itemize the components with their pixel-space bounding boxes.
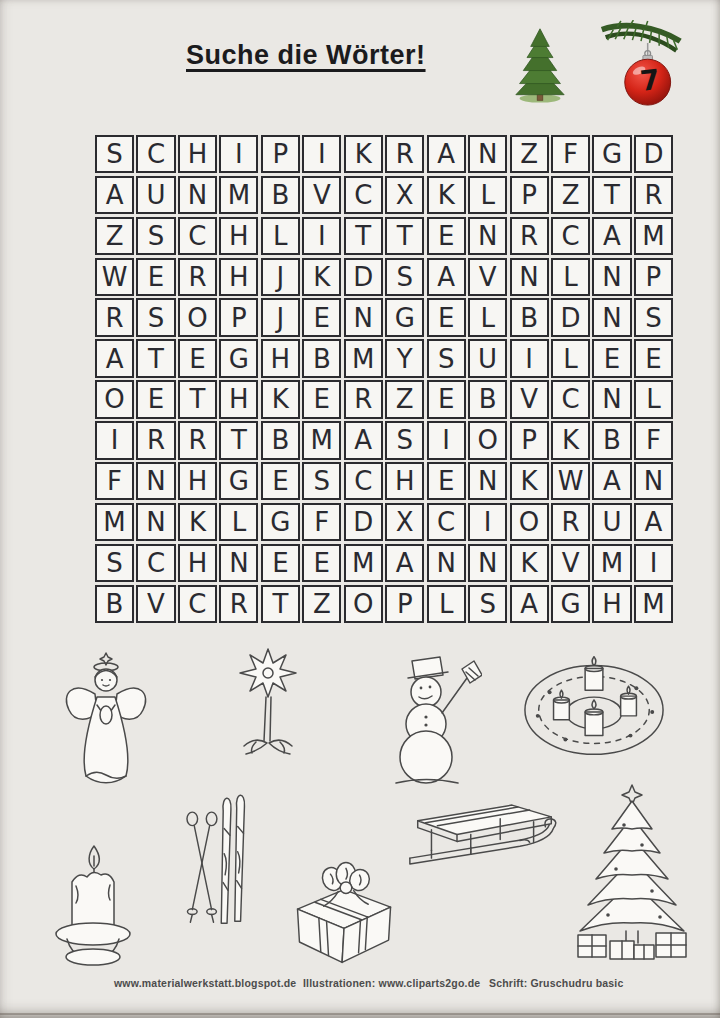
grid-cell: H [592, 585, 631, 623]
grid-cell: G [592, 135, 631, 173]
grid-cell: K [551, 421, 590, 459]
grid-cell: V [510, 380, 549, 418]
footer-font-credit: Schrift: Gruschudru basic [489, 977, 624, 989]
grid-cell: E [427, 217, 466, 255]
grid-cell: U [592, 503, 631, 541]
grid-cell: A [427, 258, 466, 296]
grid-cell: N [592, 298, 631, 336]
sled-illustration [402, 795, 567, 880]
word-search-grid: SCHIPIKRANZFGDAUNMBVCXKLPZTRZSCHLITTENRC… [95, 135, 673, 623]
grid-cell: G [219, 339, 258, 377]
grid-cell: M [344, 339, 383, 377]
grid-cell: T [219, 421, 258, 459]
grid-cell: J [261, 298, 300, 336]
grid-cell: P [261, 135, 300, 173]
grid-cell: S [634, 298, 673, 336]
grid-cell: D [551, 298, 590, 336]
grid-cell: M [634, 585, 673, 623]
grid-cell: E [592, 339, 631, 377]
grid-cell: T [385, 217, 424, 255]
grid-cell: R [510, 217, 549, 255]
grid-cell: O [510, 503, 549, 541]
grid-cell: P [385, 585, 424, 623]
grid-cell: O [344, 585, 383, 623]
grid-cell: R [385, 135, 424, 173]
grid-cell: K [427, 176, 466, 214]
grid-cell: I [634, 544, 673, 582]
grid-cell: B [261, 176, 300, 214]
grid-cell: H [178, 135, 217, 173]
grid-cell: L [427, 585, 466, 623]
grid-cell: T [261, 585, 300, 623]
grid-cell: U [136, 176, 175, 214]
grid-cell: S [385, 258, 424, 296]
grid-cell: I [468, 503, 507, 541]
grid-cell: C [136, 135, 175, 173]
grid-cell: S [302, 462, 341, 500]
grid-cell: G [261, 503, 300, 541]
grid-cell: T [136, 339, 175, 377]
grid-cell: I [95, 421, 134, 459]
grid-cell: H [219, 258, 258, 296]
grid-cell: I [510, 339, 549, 377]
grid-cell: T [592, 176, 631, 214]
grid-cell: R [136, 421, 175, 459]
grid-cell: E [178, 339, 217, 377]
grid-cell: O [468, 421, 507, 459]
grid-cell: C [551, 217, 590, 255]
grid-cell: N [468, 462, 507, 500]
grid-cell: N [510, 258, 549, 296]
grid-cell: E [634, 339, 673, 377]
grid-cell: A [95, 339, 134, 377]
gift-illustration [282, 852, 408, 970]
grid-cell: A [95, 176, 134, 214]
grid-cell: M [302, 421, 341, 459]
grid-cell: H [178, 462, 217, 500]
grid-cell: C [178, 585, 217, 623]
grid-cell: P [634, 258, 673, 296]
grid-cell: K [510, 462, 549, 500]
star-topper-illustration [228, 645, 308, 760]
grid-cell: S [385, 421, 424, 459]
grid-cell: C [551, 380, 590, 418]
grid-cell: N [136, 462, 175, 500]
grid-cell: H [219, 217, 258, 255]
advent-ornament: 7 [598, 20, 684, 108]
grid-cell: K [178, 503, 217, 541]
grid-cell: Z [510, 135, 549, 173]
grid-cell: M [95, 503, 134, 541]
page-title: Suche die Wörter! [186, 40, 426, 71]
christmas-tree-illustration [568, 783, 696, 965]
grid-cell: V [551, 544, 590, 582]
grid-cell: O [95, 380, 134, 418]
grid-cell: C [344, 462, 383, 500]
grid-cell: E [302, 544, 341, 582]
grid-cell: F [634, 421, 673, 459]
grid-cell: S [427, 339, 466, 377]
ornament-number: 7 [631, 62, 669, 99]
grid-cell: A [385, 544, 424, 582]
grid-cell: N [344, 298, 383, 336]
grid-cell: K [302, 258, 341, 296]
grid-cell: N [634, 462, 673, 500]
grid-cell: L [551, 258, 590, 296]
grid-cell: N [468, 544, 507, 582]
grid-cell: C [178, 217, 217, 255]
grid-cell: N [427, 544, 466, 582]
grid-cell: I [302, 135, 341, 173]
advent-wreath-illustration [520, 650, 668, 762]
grid-cell: L [468, 176, 507, 214]
grid-cell: R [344, 380, 383, 418]
skis-illustration [172, 785, 257, 930]
grid-cell: G [219, 462, 258, 500]
grid-cell: X [385, 503, 424, 541]
grid-cell: W [551, 462, 590, 500]
grid-cell: E [261, 462, 300, 500]
grid-cell: B [261, 421, 300, 459]
grid-cell: H [261, 339, 300, 377]
grid-cell: M [219, 176, 258, 214]
grid-cell: G [385, 298, 424, 336]
grid-cell: C [344, 176, 383, 214]
grid-cell: B [302, 339, 341, 377]
grid-cell: N [219, 544, 258, 582]
grid-cell: Z [95, 217, 134, 255]
grid-cell: B [95, 585, 134, 623]
snowman-illustration [370, 645, 482, 787]
grid-cell: H [385, 462, 424, 500]
grid-cell: U [468, 339, 507, 377]
grid-cell: E [261, 544, 300, 582]
grid-cell: O [178, 298, 217, 336]
grid-cell: N [136, 503, 175, 541]
grid-cell: A [592, 462, 631, 500]
grid-cell: E [136, 380, 175, 418]
grid-cell: T [344, 217, 383, 255]
grid-cell: S [136, 217, 175, 255]
grid-cell: E [427, 380, 466, 418]
grid-cell: R [634, 176, 673, 214]
grid-cell: G [551, 585, 590, 623]
grid-cell: L [634, 380, 673, 418]
grid-cell: T [178, 380, 217, 418]
grid-cell: E [302, 380, 341, 418]
grid-cell: P [219, 298, 258, 336]
grid-cell: A [344, 421, 383, 459]
grid-cell: S [95, 135, 134, 173]
grid-cell: B [468, 380, 507, 418]
grid-cell: E [136, 258, 175, 296]
angel-illustration [56, 650, 156, 790]
grid-cell: I [302, 217, 341, 255]
grid-cell: Z [385, 380, 424, 418]
grid-cell: A [427, 135, 466, 173]
grid-cell: S [468, 585, 507, 623]
grid-cell: N [592, 258, 631, 296]
grid-cell: J [261, 258, 300, 296]
grid-cell: B [510, 298, 549, 336]
grid-cell: N [592, 380, 631, 418]
grid-cell: K [510, 544, 549, 582]
grid-cell: A [510, 585, 549, 623]
christmas-tree-clipart-icon [512, 26, 568, 104]
grid-cell: Y [385, 339, 424, 377]
grid-cell: K [261, 380, 300, 418]
grid-cell: I [427, 421, 466, 459]
grid-cell: D [634, 135, 673, 173]
grid-cell: L [261, 217, 300, 255]
grid-cell: C [136, 544, 175, 582]
grid-cell: F [95, 462, 134, 500]
grid-cell: W [95, 258, 134, 296]
grid-cell: S [136, 298, 175, 336]
grid-cell: Z [302, 585, 341, 623]
grid-cell: B [592, 421, 631, 459]
grid-cell: R [178, 258, 217, 296]
grid-cell: M [344, 544, 383, 582]
grid-cell: L [468, 298, 507, 336]
grid-cell: A [634, 503, 673, 541]
grid-cell: P [510, 176, 549, 214]
grid-cell: E [427, 298, 466, 336]
grid-cell: E [302, 298, 341, 336]
grid-cell: N [468, 135, 507, 173]
grid-cell: Z [551, 176, 590, 214]
grid-cell: V [302, 176, 341, 214]
grid-cell: R [178, 421, 217, 459]
grid-cell: R [219, 585, 258, 623]
grid-cell: M [634, 217, 673, 255]
grid-cell: L [551, 339, 590, 377]
grid-cell: X [385, 176, 424, 214]
grid-cell: P [510, 421, 549, 459]
grid-cell: N [468, 217, 507, 255]
footer-source-url: www.materialwerkstatt.blogspot.de [114, 977, 296, 989]
grid-cell: H [219, 380, 258, 418]
grid-cell: C [427, 503, 466, 541]
worksheet-page: Suche die Wörter! [0, 0, 720, 1018]
grid-cell: R [95, 298, 134, 336]
grid-cell: F [302, 503, 341, 541]
grid-cell: I [219, 135, 258, 173]
grid-cell: L [219, 503, 258, 541]
grid-cell: D [344, 503, 383, 541]
footer-illustrations-credit: Illustrationen: www.cliparts2go.de [303, 977, 480, 989]
candle-illustration [42, 840, 142, 968]
grid-cell: E [427, 462, 466, 500]
grid-cell: K [344, 135, 383, 173]
grid-cell: V [468, 258, 507, 296]
grid-cell: M [592, 544, 631, 582]
grid-cell: D [344, 258, 383, 296]
grid-cell: S [95, 544, 134, 582]
footer: www.materialwerkstatt.blogspot.de Illust… [0, 977, 720, 997]
grid-cell: V [136, 585, 175, 623]
grid-cell: R [551, 503, 590, 541]
grid-cell: F [551, 135, 590, 173]
grid-cell: H [178, 544, 217, 582]
grid-cell: N [178, 176, 217, 214]
grid-cell: A [592, 217, 631, 255]
